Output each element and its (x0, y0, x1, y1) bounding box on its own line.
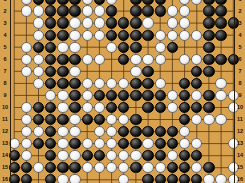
white-stone (179, 5, 190, 16)
white-stone (130, 66, 141, 77)
black-stone (155, 138, 166, 149)
black-stone (57, 162, 68, 173)
black-stone (142, 174, 153, 183)
black-stone (57, 5, 68, 16)
black-stone (155, 174, 166, 183)
row-label: 7 (1, 68, 10, 75)
white-stone (203, 174, 214, 183)
white-stone (94, 54, 105, 65)
row-label: 8 (1, 80, 10, 87)
black-stone (21, 174, 32, 183)
black-stone (130, 42, 141, 53)
black-stone (167, 42, 178, 53)
black-stone (142, 5, 153, 16)
white-stone (155, 42, 166, 53)
white-stone (57, 126, 68, 137)
white-stone (167, 17, 178, 28)
black-stone (155, 90, 166, 101)
black-stone (130, 90, 141, 101)
white-stone (94, 17, 105, 28)
black-stone (106, 30, 117, 41)
row-label: 15 (1, 164, 10, 171)
left-board-edge (10, 0, 11, 183)
black-stone (215, 30, 226, 41)
black-stone (203, 54, 214, 65)
black-stone (179, 174, 190, 183)
black-stone (69, 78, 80, 89)
white-stone (142, 138, 153, 149)
white-stone (130, 150, 141, 161)
white-stone (57, 90, 68, 101)
row-label: 16 (236, 176, 245, 183)
white-stone (57, 42, 68, 53)
go-applet-screenshot: 12345678910111213141516 1234567891011121… (0, 0, 245, 183)
white-stone (33, 66, 44, 77)
black-stone (167, 174, 178, 183)
black-stone (203, 5, 214, 16)
white-stone (167, 30, 178, 41)
white-stone (215, 78, 226, 89)
black-stone (69, 5, 80, 16)
white-stone (69, 150, 80, 161)
row-label: 12 (1, 128, 10, 135)
black-stone (130, 162, 141, 173)
black-stone (203, 66, 214, 77)
white-stone (179, 17, 190, 28)
black-stone (130, 138, 141, 149)
black-stone (57, 17, 68, 28)
row-label: 2 (236, 8, 245, 15)
black-stone (142, 66, 153, 77)
row-label: 3 (236, 20, 245, 27)
row-label: 11 (1, 116, 10, 123)
white-stone (57, 174, 68, 183)
black-stone (215, 5, 226, 16)
white-stone (82, 17, 93, 28)
white-stone (179, 54, 190, 65)
white-stone (57, 102, 68, 113)
black-stone (57, 30, 68, 41)
white-stone (179, 30, 190, 41)
black-stone (106, 17, 117, 28)
black-stone (155, 5, 166, 16)
white-stone (33, 54, 44, 65)
black-stone (142, 102, 153, 113)
black-stone (191, 174, 202, 183)
white-stone (57, 150, 68, 161)
row-label: 15 (236, 164, 245, 171)
black-stone (155, 126, 166, 137)
row-label: 12 (236, 128, 245, 135)
black-stone (215, 17, 226, 28)
white-stone (33, 30, 44, 41)
black-stone (203, 30, 214, 41)
black-stone (69, 138, 80, 149)
white-stone (69, 17, 80, 28)
black-stone (142, 90, 153, 101)
row-label: 6 (1, 56, 10, 63)
white-stone (69, 126, 80, 137)
white-stone (21, 54, 32, 65)
black-stone (130, 114, 141, 125)
white-stone (155, 54, 166, 65)
white-stone (167, 5, 178, 16)
row-label: 11 (236, 116, 245, 123)
row-label: 13 (236, 140, 245, 147)
black-stone (57, 54, 68, 65)
black-stone (130, 30, 141, 41)
row-label: 8 (236, 80, 245, 87)
black-stone (130, 126, 141, 137)
black-stone (69, 102, 80, 113)
row-label: 10 (236, 104, 245, 111)
white-stone (69, 30, 80, 41)
white-stone (94, 5, 105, 16)
white-stone (155, 78, 166, 89)
white-stone (142, 162, 153, 173)
white-stone (82, 30, 93, 41)
row-label: 9 (1, 92, 10, 99)
row-label: 4 (236, 32, 245, 39)
white-stone (106, 42, 117, 53)
black-stone (203, 162, 214, 173)
black-stone (45, 174, 56, 183)
white-stone (21, 5, 32, 16)
white-stone (82, 5, 93, 16)
black-stone (142, 78, 153, 89)
black-stone (203, 42, 214, 53)
white-stone (155, 30, 166, 41)
black-stone (69, 162, 80, 173)
black-stone (57, 78, 68, 89)
white-stone (94, 78, 105, 89)
white-stone (215, 114, 226, 125)
row-label: 16 (1, 176, 10, 183)
black-stone (142, 126, 153, 137)
white-stone (142, 54, 153, 65)
black-stone (203, 102, 214, 113)
white-stone (82, 54, 93, 65)
row-label: 13 (1, 140, 10, 147)
black-stone (82, 114, 93, 125)
white-stone (69, 174, 80, 183)
black-stone (215, 54, 226, 65)
white-stone (69, 114, 80, 125)
white-stone (130, 54, 141, 65)
white-stone (82, 102, 93, 113)
black-stone (203, 90, 214, 101)
black-stone (118, 17, 129, 28)
black-stone (130, 17, 141, 28)
row-label: 1 (236, 0, 245, 3)
row-label: 14 (1, 152, 10, 159)
row-label: 7 (236, 68, 245, 75)
black-stone (57, 66, 68, 77)
white-stone (33, 17, 44, 28)
row-label: 5 (236, 44, 245, 51)
white-stone (82, 138, 93, 149)
white-stone (69, 66, 80, 77)
black-stone (57, 114, 68, 125)
white-stone (215, 174, 226, 183)
white-stone (167, 90, 178, 101)
white-stone (57, 138, 68, 149)
row-label: 1 (1, 0, 10, 3)
white-stone (94, 30, 105, 41)
black-stone (142, 150, 153, 161)
black-stone (45, 5, 56, 16)
white-stone (69, 42, 80, 53)
white-stone (82, 90, 93, 101)
row-label: 2 (1, 8, 10, 15)
black-stone (155, 102, 166, 113)
white-stone (33, 5, 44, 16)
white-stone (82, 78, 93, 89)
black-stone (130, 5, 141, 16)
goban[interactable] (0, 0, 245, 183)
row-label: 9 (236, 92, 245, 99)
row-label: 3 (1, 20, 10, 27)
black-stone (142, 30, 153, 41)
black-stone (203, 17, 214, 28)
black-stone (130, 78, 141, 89)
black-stone (69, 90, 80, 101)
row-label: 10 (1, 104, 10, 111)
row-label: 14 (236, 152, 245, 159)
white-stone (215, 90, 226, 101)
white-stone (142, 17, 153, 28)
white-stone (203, 114, 214, 125)
row-label: 4 (1, 32, 10, 39)
black-stone (94, 90, 105, 101)
black-stone (45, 17, 56, 28)
row-label: 6 (236, 56, 245, 63)
white-stone (118, 174, 129, 183)
white-stone (21, 66, 32, 77)
white-stone (21, 42, 32, 53)
row-label: 5 (1, 44, 10, 51)
black-stone (33, 42, 44, 53)
black-stone (69, 54, 80, 65)
black-stone (106, 5, 117, 16)
